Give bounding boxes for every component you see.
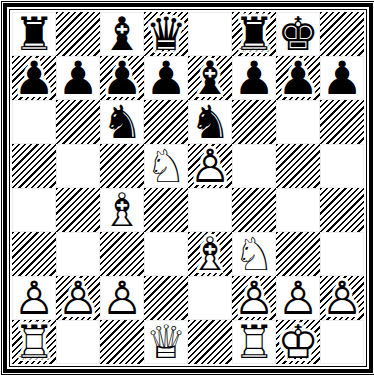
white-pawn: ♟♙ <box>188 144 232 188</box>
white-pawn: ♟♙ <box>276 276 320 320</box>
square-f6[interactable] <box>232 100 276 144</box>
square-b4[interactable] <box>56 188 100 232</box>
square-h4[interactable] <box>320 188 364 232</box>
square-g7[interactable]: ♟ <box>276 56 320 100</box>
black-pawn: ♟ <box>232 56 276 100</box>
white-pawn: ♟♙ <box>320 276 364 320</box>
square-f1[interactable]: ♜♖ <box>232 320 276 364</box>
square-b1[interactable] <box>56 320 100 364</box>
black-bishop: ♝ <box>188 56 232 100</box>
square-g4[interactable] <box>276 188 320 232</box>
square-e7[interactable]: ♝ <box>188 56 232 100</box>
white-knight: ♞♘ <box>144 144 188 188</box>
square-a7[interactable]: ♟ <box>12 56 56 100</box>
square-d1[interactable]: ♛♕ <box>144 320 188 364</box>
square-e3[interactable]: ♝♗ <box>188 232 232 276</box>
square-e6[interactable]: ♞ <box>188 100 232 144</box>
square-a4[interactable] <box>12 188 56 232</box>
black-pawn: ♟ <box>12 56 56 100</box>
square-d4[interactable] <box>144 188 188 232</box>
square-c1[interactable] <box>100 320 144 364</box>
square-g2[interactable]: ♟♙ <box>276 276 320 320</box>
square-e2[interactable] <box>188 276 232 320</box>
square-a1[interactable]: ♜♖ <box>12 320 56 364</box>
square-b6[interactable] <box>56 100 100 144</box>
square-a8[interactable]: ♜ <box>12 12 56 56</box>
square-f5[interactable] <box>232 144 276 188</box>
square-g1[interactable]: ♚♔ <box>276 320 320 364</box>
board-frame-inner: ♜♝♛♜♚♟♟♟♟♝♟♟♟♞♞♞♘♟♙♝♗♝♗♞♘♟♙♟♙♟♙♟♙♟♙♟♙♜♖♛… <box>9 9 367 367</box>
square-a6[interactable] <box>12 100 56 144</box>
white-knight: ♞♘ <box>232 232 276 276</box>
white-pawn: ♟♙ <box>100 276 144 320</box>
square-d5[interactable]: ♞♘ <box>144 144 188 188</box>
square-h1[interactable] <box>320 320 364 364</box>
square-c2[interactable]: ♟♙ <box>100 276 144 320</box>
black-pawn: ♟ <box>144 56 188 100</box>
square-a2[interactable]: ♟♙ <box>12 276 56 320</box>
square-a3[interactable] <box>12 232 56 276</box>
board-frame-main: ♜♝♛♜♚♟♟♟♟♝♟♟♟♞♞♞♘♟♙♝♗♝♗♞♘♟♙♟♙♟♙♟♙♟♙♟♙♜♖♛… <box>3 3 373 373</box>
white-rook: ♜♖ <box>232 320 276 364</box>
square-g3[interactable] <box>276 232 320 276</box>
chess-diagram: ♜♝♛♜♚♟♟♟♟♝♟♟♟♞♞♞♘♟♙♝♗♝♗♞♘♟♙♟♙♟♙♟♙♟♙♟♙♜♖♛… <box>0 0 374 375</box>
black-rook: ♜ <box>232 12 276 56</box>
square-h5[interactable] <box>320 144 364 188</box>
white-pawn: ♟♙ <box>12 276 56 320</box>
square-b8[interactable] <box>56 12 100 56</box>
square-d8[interactable]: ♛ <box>144 12 188 56</box>
square-e5[interactable]: ♟♙ <box>188 144 232 188</box>
black-pawn: ♟ <box>320 56 364 100</box>
square-c7[interactable]: ♟ <box>100 56 144 100</box>
square-d3[interactable] <box>144 232 188 276</box>
square-d7[interactable]: ♟ <box>144 56 188 100</box>
black-king: ♚ <box>276 12 320 56</box>
square-b2[interactable]: ♟♙ <box>56 276 100 320</box>
square-g8[interactable]: ♚ <box>276 12 320 56</box>
square-f8[interactable]: ♜ <box>232 12 276 56</box>
white-rook: ♜♖ <box>12 320 56 364</box>
square-f7[interactable]: ♟ <box>232 56 276 100</box>
square-e4[interactable] <box>188 188 232 232</box>
white-pawn: ♟♙ <box>56 276 100 320</box>
square-d6[interactable] <box>144 100 188 144</box>
square-f2[interactable]: ♟♙ <box>232 276 276 320</box>
square-d2[interactable] <box>144 276 188 320</box>
square-e1[interactable] <box>188 320 232 364</box>
square-b7[interactable]: ♟ <box>56 56 100 100</box>
square-h7[interactable]: ♟ <box>320 56 364 100</box>
white-queen: ♛♕ <box>144 320 188 364</box>
board-frame-outer: ♜♝♛♜♚♟♟♟♟♝♟♟♟♞♞♞♘♟♙♝♗♝♗♞♘♟♙♟♙♟♙♟♙♟♙♟♙♜♖♛… <box>1 1 374 375</box>
black-rook: ♜ <box>12 12 56 56</box>
square-h8[interactable] <box>320 12 364 56</box>
square-h2[interactable]: ♟♙ <box>320 276 364 320</box>
black-knight: ♞ <box>188 100 232 144</box>
square-b3[interactable] <box>56 232 100 276</box>
white-pawn: ♟♙ <box>232 276 276 320</box>
black-knight: ♞ <box>100 100 144 144</box>
black-pawn: ♟ <box>100 56 144 100</box>
square-c4[interactable]: ♝♗ <box>100 188 144 232</box>
square-a5[interactable] <box>12 144 56 188</box>
black-bishop: ♝ <box>100 12 144 56</box>
square-e8[interactable] <box>188 12 232 56</box>
square-c5[interactable] <box>100 144 144 188</box>
black-queen: ♛ <box>144 12 188 56</box>
square-f4[interactable] <box>232 188 276 232</box>
square-c8[interactable]: ♝ <box>100 12 144 56</box>
white-bishop: ♝♗ <box>188 232 232 276</box>
white-king: ♚♔ <box>276 320 320 364</box>
black-pawn: ♟ <box>276 56 320 100</box>
square-b5[interactable] <box>56 144 100 188</box>
square-h3[interactable] <box>320 232 364 276</box>
white-bishop: ♝♗ <box>100 188 144 232</box>
square-h6[interactable] <box>320 100 364 144</box>
square-g6[interactable] <box>276 100 320 144</box>
black-pawn: ♟ <box>56 56 100 100</box>
chess-board: ♜♝♛♜♚♟♟♟♟♝♟♟♟♞♞♞♘♟♙♝♗♝♗♞♘♟♙♟♙♟♙♟♙♟♙♟♙♜♖♛… <box>12 12 364 364</box>
square-c6[interactable]: ♞ <box>100 100 144 144</box>
square-f3[interactable]: ♞♘ <box>232 232 276 276</box>
square-c3[interactable] <box>100 232 144 276</box>
square-g5[interactable] <box>276 144 320 188</box>
